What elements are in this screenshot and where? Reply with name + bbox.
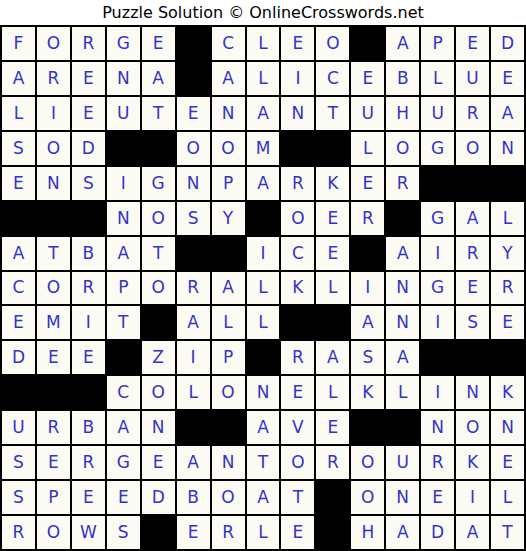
letter-cell: B (177, 481, 210, 514)
letter-cell: E (2, 306, 35, 339)
letter-cell: U (421, 97, 454, 130)
letter-cell: L (316, 272, 349, 305)
black-cell (107, 132, 140, 165)
letter-cell: E (281, 516, 314, 549)
letter-cell: N (386, 481, 419, 514)
letter-cell: M (37, 306, 70, 339)
letter-cell: E (72, 341, 105, 374)
letter-cell: E (351, 167, 384, 200)
black-cell (177, 62, 210, 95)
black-cell (212, 411, 245, 444)
letter-cell: N (107, 202, 140, 235)
letter-cell: N (386, 272, 419, 305)
letter-cell: L (177, 376, 210, 409)
black-cell (456, 167, 489, 200)
letter-cell: L (2, 97, 35, 130)
black-cell (142, 132, 175, 165)
letter-cell: P (421, 27, 454, 60)
black-cell (316, 481, 349, 514)
letter-cell: R (177, 272, 210, 305)
letter-cell: Y (491, 237, 524, 270)
black-cell (177, 411, 210, 444)
letter-cell: T (37, 237, 70, 270)
letter-cell: B (72, 411, 105, 444)
black-cell (316, 132, 349, 165)
letter-cell: T (491, 516, 524, 549)
black-cell (247, 202, 280, 235)
black-cell (421, 341, 454, 374)
letter-cell: D (142, 481, 175, 514)
letter-cell: R (72, 446, 105, 479)
letter-cell: T (247, 446, 280, 479)
letter-cell: N (37, 167, 70, 200)
letter-cell: A (247, 411, 280, 444)
letter-cell: O (37, 516, 70, 549)
letter-cell: A (2, 237, 35, 270)
letter-cell: R (491, 272, 524, 305)
letter-cell: A (2, 62, 35, 95)
letter-cell: O (351, 481, 384, 514)
letter-cell: F (2, 27, 35, 60)
letter-cell: A (177, 306, 210, 339)
black-cell (386, 202, 419, 235)
black-cell (421, 167, 454, 200)
letter-cell: E (456, 272, 489, 305)
letter-cell: I (72, 306, 105, 339)
letter-cell: I (177, 341, 210, 374)
letter-cell: Y (212, 202, 245, 235)
letter-cell: L (316, 376, 349, 409)
black-cell (37, 202, 70, 235)
letter-cell: L (421, 62, 454, 95)
letter-cell: O (386, 132, 419, 165)
letter-cell: I (107, 167, 140, 200)
letter-cell: U (351, 97, 384, 130)
letter-cell: R (72, 27, 105, 60)
letter-cell: O (142, 202, 175, 235)
letter-cell: W (72, 516, 105, 549)
letter-cell: L (247, 272, 280, 305)
letter-cell: E (491, 306, 524, 339)
letter-cell: A (212, 62, 245, 95)
letter-cell: L (491, 202, 524, 235)
letter-cell: D (72, 132, 105, 165)
black-cell (386, 411, 419, 444)
black-cell (142, 306, 175, 339)
page-title: Puzzle Solution © OnlineCrosswords.net (0, 0, 526, 25)
letter-cell: A (456, 516, 489, 549)
letter-cell: K (456, 446, 489, 479)
letter-cell: P (212, 341, 245, 374)
black-cell (72, 376, 105, 409)
letter-cell: E (456, 27, 489, 60)
letter-cell: L (247, 27, 280, 60)
crossword-grid: FORGECLEOAPEDARENAALICEBLUELIEUTENANTUHU… (0, 25, 526, 551)
letter-cell: C (281, 237, 314, 270)
letter-cell: N (491, 411, 524, 444)
letter-cell: S (351, 341, 384, 374)
letter-cell: R (456, 97, 489, 130)
letter-cell: T (142, 97, 175, 130)
letter-cell: A (247, 481, 280, 514)
letter-cell: D (421, 516, 454, 549)
letter-cell: S (2, 481, 35, 514)
letter-cell: H (386, 97, 419, 130)
letter-cell: U (2, 411, 35, 444)
letter-cell: G (107, 446, 140, 479)
black-cell (177, 237, 210, 270)
letter-cell: I (37, 97, 70, 130)
letter-cell: A (177, 446, 210, 479)
letter-cell: I (421, 376, 454, 409)
black-cell (456, 341, 489, 374)
letter-cell: B (72, 237, 105, 270)
letter-cell: S (2, 446, 35, 479)
letter-cell: R (351, 202, 384, 235)
letter-cell: S (2, 132, 35, 165)
letter-cell: A (386, 27, 419, 60)
letter-cell: K (491, 376, 524, 409)
letter-cell: A (456, 202, 489, 235)
letter-cell: R (316, 446, 349, 479)
letter-cell: L (247, 306, 280, 339)
letter-cell: E (72, 97, 105, 130)
letter-cell: E (281, 27, 314, 60)
black-cell (281, 306, 314, 339)
letter-cell: R (212, 516, 245, 549)
letter-cell: B (386, 62, 419, 95)
letter-cell: S (456, 306, 489, 339)
letter-cell: K (316, 167, 349, 200)
letter-cell: N (491, 132, 524, 165)
black-cell (351, 411, 384, 444)
letter-cell: N (212, 97, 245, 130)
letter-cell: O (37, 272, 70, 305)
letter-cell: P (107, 272, 140, 305)
letter-cell: E (491, 62, 524, 95)
letter-cell: A (107, 237, 140, 270)
letter-cell: I (456, 481, 489, 514)
letter-cell: N (386, 306, 419, 339)
letter-cell: O (456, 132, 489, 165)
letter-cell: T (107, 306, 140, 339)
letter-cell: O (212, 481, 245, 514)
letter-cell: D (491, 27, 524, 60)
letter-cell: R (386, 167, 419, 200)
letter-cell: I (247, 237, 280, 270)
letter-cell: N (456, 376, 489, 409)
letter-cell: I (281, 62, 314, 95)
letter-cell: U (386, 446, 419, 479)
letter-cell: C (107, 376, 140, 409)
letter-cell: E (142, 446, 175, 479)
letter-cell: N (247, 376, 280, 409)
letter-cell: T (142, 237, 175, 270)
letter-cell: L (247, 516, 280, 549)
letter-cell: O (37, 132, 70, 165)
letter-cell: T (316, 97, 349, 130)
letter-cell: T (281, 481, 314, 514)
letter-cell: O (37, 27, 70, 60)
letter-cell: A (386, 237, 419, 270)
letter-cell: A (386, 341, 419, 374)
black-cell (316, 516, 349, 549)
letter-cell: U (456, 62, 489, 95)
letter-cell: E (177, 516, 210, 549)
black-cell (491, 341, 524, 374)
letter-cell: E (142, 27, 175, 60)
letter-cell: O (351, 446, 384, 479)
letter-cell: R (456, 237, 489, 270)
letter-cell: E (72, 62, 105, 95)
letter-cell: R (72, 272, 105, 305)
letter-cell: E (37, 446, 70, 479)
letter-cell: L (212, 306, 245, 339)
letter-cell: A (386, 516, 419, 549)
letter-cell: S (177, 202, 210, 235)
letter-cell: O (316, 27, 349, 60)
letter-cell: L (351, 132, 384, 165)
letter-cell: N (281, 97, 314, 130)
letter-cell: O (212, 132, 245, 165)
letter-cell: A (491, 97, 524, 130)
letter-cell: U (107, 97, 140, 130)
letter-cell: E (491, 446, 524, 479)
letter-cell: A (247, 97, 280, 130)
letter-cell: I (421, 306, 454, 339)
black-cell (72, 202, 105, 235)
letter-cell: P (37, 481, 70, 514)
letter-cell: E (421, 481, 454, 514)
letter-cell: N (177, 167, 210, 200)
letter-cell: A (212, 272, 245, 305)
letter-cell: D (2, 341, 35, 374)
letter-cell: I (351, 272, 384, 305)
letter-cell: R (421, 446, 454, 479)
letter-cell: E (281, 376, 314, 409)
letter-cell: L (386, 376, 419, 409)
letter-cell: A (351, 306, 384, 339)
letter-cell: L (491, 481, 524, 514)
letter-cell: C (212, 27, 245, 60)
letter-cell: C (316, 62, 349, 95)
black-cell (37, 376, 70, 409)
letter-cell: E (316, 237, 349, 270)
letter-cell: R (2, 516, 35, 549)
black-cell (281, 132, 314, 165)
letter-cell: E (177, 97, 210, 130)
black-cell (491, 167, 524, 200)
letter-cell: A (107, 411, 140, 444)
letter-cell: K (281, 272, 314, 305)
letter-cell: V (281, 411, 314, 444)
letter-cell: N (142, 411, 175, 444)
black-cell (316, 306, 349, 339)
letter-cell: E (72, 481, 105, 514)
letter-cell: O (281, 446, 314, 479)
letter-cell: L (247, 62, 280, 95)
letter-cell: M (247, 132, 280, 165)
black-cell (247, 341, 280, 374)
letter-cell: G (421, 132, 454, 165)
letter-cell: R (37, 62, 70, 95)
letter-cell: A (316, 341, 349, 374)
letter-cell: E (316, 411, 349, 444)
black-cell (107, 341, 140, 374)
letter-cell: R (281, 341, 314, 374)
letter-cell: E (37, 341, 70, 374)
letter-cell: I (421, 237, 454, 270)
puzzle-solution-page: Puzzle Solution © OnlineCrosswords.net F… (0, 0, 526, 551)
letter-cell: A (142, 62, 175, 95)
letter-cell: R (281, 167, 314, 200)
letter-cell: H (351, 516, 384, 549)
letter-cell: R (37, 411, 70, 444)
letter-cell: O (212, 376, 245, 409)
letter-cell: E (107, 481, 140, 514)
letter-cell: N (107, 62, 140, 95)
letter-cell: G (421, 202, 454, 235)
black-cell (351, 27, 384, 60)
letter-cell: K (351, 376, 384, 409)
letter-cell: S (107, 516, 140, 549)
letter-cell: O (456, 411, 489, 444)
letter-cell: G (107, 27, 140, 60)
letter-cell: A (247, 167, 280, 200)
letter-cell: G (142, 167, 175, 200)
letter-cell: E (2, 167, 35, 200)
letter-cell: Z (142, 341, 175, 374)
black-cell (142, 516, 175, 549)
letter-cell: E (316, 202, 349, 235)
letter-cell: O (142, 272, 175, 305)
letter-cell: O (281, 202, 314, 235)
black-cell (177, 27, 210, 60)
black-cell (2, 376, 35, 409)
letter-cell: S (72, 167, 105, 200)
letter-cell: P (212, 167, 245, 200)
black-cell (2, 202, 35, 235)
letter-cell: O (142, 376, 175, 409)
black-cell (351, 237, 384, 270)
letter-cell: E (351, 62, 384, 95)
letter-cell: N (212, 446, 245, 479)
letter-cell: G (421, 272, 454, 305)
letter-cell: C (2, 272, 35, 305)
letter-cell: O (177, 132, 210, 165)
black-cell (212, 237, 245, 270)
letter-cell: N (421, 411, 454, 444)
